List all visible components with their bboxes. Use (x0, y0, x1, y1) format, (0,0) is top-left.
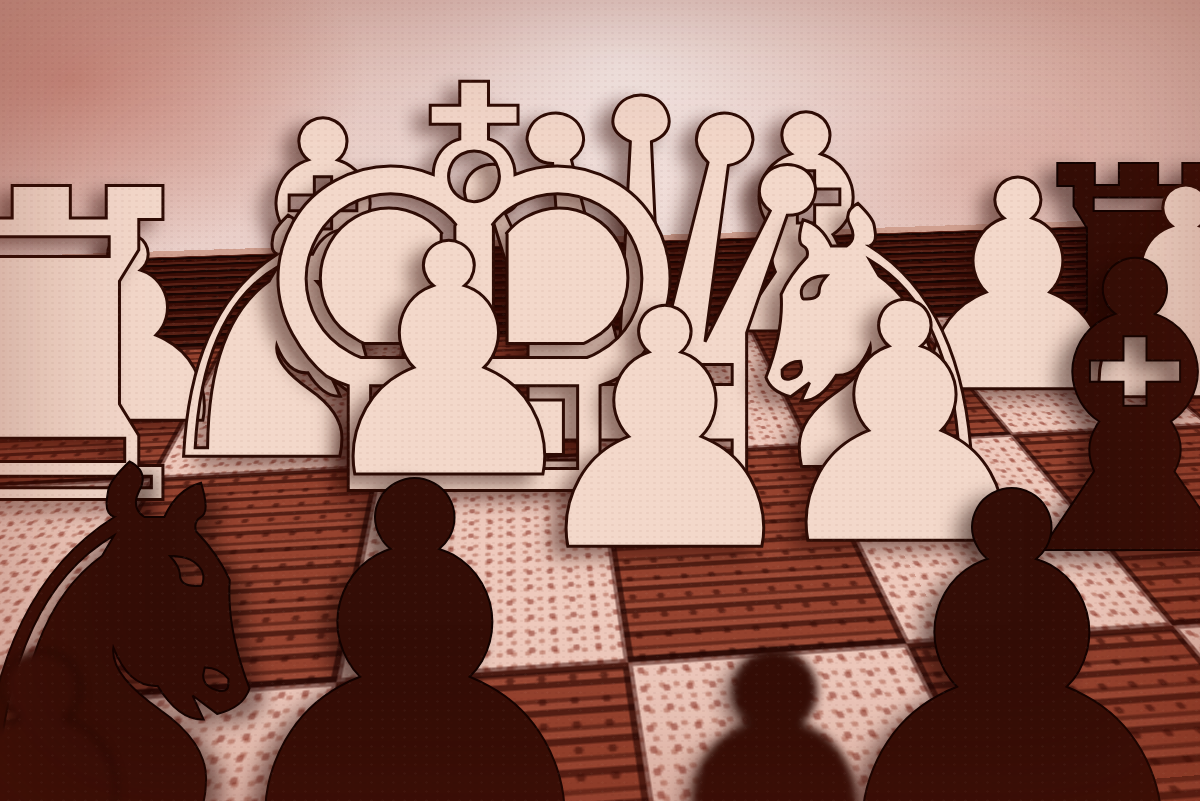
black-pawn-e6: ♟ (542, 590, 1008, 801)
black-pawn-g6: ♟ (0, 595, 257, 801)
chess-photo: ♜♟♝♞♚♟♛♟♝♞♟♟♜♟♝♞♟♟♟♟ (0, 0, 1200, 801)
pieces-layer: ♜♟♝♞♚♟♛♟♝♞♟♟♜♟♝♞♟♟♟♟ (0, 0, 1200, 801)
